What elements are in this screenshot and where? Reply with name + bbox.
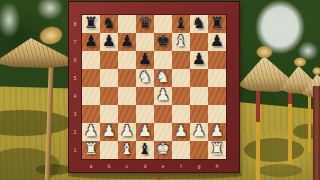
board-grid: ♜♞♛♝♞♜♟♟♟♚♝♟♟♟♞♞♟♟♟♟♟♟♟♟♜♝♝♚♜ — [82, 15, 226, 159]
board-support-stick — [158, 171, 161, 180]
square-f2[interactable]: ♟ — [172, 123, 190, 141]
file-label-f: f — [174, 162, 188, 170]
straw-umbrella-tuft — [311, 66, 320, 76]
piece-black-queen-d8: ♛ — [138, 16, 152, 32]
piece-white-king-e1: ♚ — [156, 142, 170, 158]
square-g1[interactable] — [190, 141, 208, 159]
square-f1[interactable] — [172, 141, 190, 159]
square-f8[interactable]: ♝ — [172, 15, 190, 33]
rank-label-7: 7 — [71, 35, 79, 49]
piece-white-pawn-g2: ♟ — [192, 124, 206, 140]
square-h5[interactable] — [208, 69, 226, 87]
square-c8[interactable] — [118, 15, 136, 33]
piece-black-pawn-b7: ♟ — [102, 34, 116, 50]
square-b1[interactable] — [100, 141, 118, 159]
straw-umbrella-tuft — [292, 56, 308, 68]
scene: ♜♞♛♝♞♜♟♟♟♚♝♟♟♟♞♞♟♟♟♟♟♟♟♟♜♝♝♚♜ abcdefgh 8… — [0, 0, 320, 180]
chess-board: ♜♞♛♝♞♜♟♟♟♚♝♟♟♟♞♞♟♟♟♟♟♟♟♟♜♝♝♚♜ abcdefgh 8… — [69, 2, 239, 172]
square-d6[interactable]: ♟ — [136, 51, 154, 69]
file-label-g: g — [192, 162, 206, 170]
piece-white-pawn-b2: ♟ — [102, 124, 116, 140]
square-b6[interactable] — [100, 51, 118, 69]
piece-black-knight-g8: ♞ — [192, 16, 206, 32]
piece-black-rook-h8: ♜ — [210, 16, 224, 32]
piece-white-bishop-c1: ♝ — [120, 142, 134, 158]
square-h6[interactable] — [208, 51, 226, 69]
square-a2[interactable]: ♟ — [82, 123, 100, 141]
square-d7[interactable] — [136, 33, 154, 51]
square-h2[interactable]: ♟ — [208, 123, 226, 141]
umbrella-pole-yellow-red — [288, 92, 292, 164]
square-d2[interactable]: ♟ — [136, 123, 154, 141]
square-e2[interactable] — [154, 123, 172, 141]
umbrella-shadow — [244, 138, 304, 162]
square-d8[interactable]: ♛ — [136, 15, 154, 33]
straw-umbrella-tuft — [254, 44, 275, 60]
square-e8[interactable] — [154, 15, 172, 33]
square-a4[interactable] — [82, 87, 100, 105]
piece-white-pawn-e4: ♟ — [156, 88, 170, 104]
rank-label-8: 8 — [71, 17, 79, 31]
square-c4[interactable] — [118, 87, 136, 105]
umbrella-pole-yellow-red — [256, 90, 260, 180]
rank-label-1: 1 — [71, 143, 79, 157]
square-e4[interactable]: ♟ — [154, 87, 172, 105]
piece-black-pawn-a7: ♟ — [84, 34, 98, 50]
square-h1[interactable]: ♜ — [208, 141, 226, 159]
umbrella-shadow — [258, 164, 302, 177]
piece-white-rook-a1: ♜ — [84, 142, 98, 158]
rank-coordinates: 87654321 — [70, 15, 80, 159]
square-g7[interactable] — [190, 33, 208, 51]
piece-white-knight-e5: ♞ — [156, 70, 170, 86]
piece-black-rook-a8: ♜ — [84, 16, 98, 32]
piece-white-knight-d5: ♞ — [138, 70, 152, 86]
square-f5[interactable] — [172, 69, 190, 87]
square-h3[interactable] — [208, 105, 226, 123]
piece-white-bishop-f7: ♝ — [174, 34, 188, 50]
rank-label-2: 2 — [71, 125, 79, 139]
piece-white-pawn-f2: ♟ — [174, 124, 188, 140]
square-b3[interactable] — [100, 105, 118, 123]
square-h4[interactable] — [208, 87, 226, 105]
piece-black-pawn-h7: ♟ — [210, 34, 224, 50]
pole-shadow — [36, 164, 70, 175]
square-c5[interactable] — [118, 69, 136, 87]
square-a6[interactable] — [82, 51, 100, 69]
file-coordinates: abcdefgh — [82, 161, 226, 171]
square-f6[interactable] — [172, 51, 190, 69]
square-g8[interactable]: ♞ — [190, 15, 208, 33]
square-h8[interactable]: ♜ — [208, 15, 226, 33]
umbrella-pole-yellow — [308, 96, 311, 152]
square-a8[interactable]: ♜ — [82, 15, 100, 33]
rank-label-4: 4 — [71, 89, 79, 103]
piece-white-pawn-c2: ♟ — [120, 124, 134, 140]
rank-label-6: 6 — [71, 53, 79, 67]
piece-white-rook-h1: ♜ — [210, 142, 224, 158]
piece-black-pawn-g6: ♟ — [192, 52, 206, 68]
file-label-e: e — [156, 162, 170, 170]
piece-black-knight-b8: ♞ — [102, 16, 116, 32]
piece-white-pawn-a2: ♟ — [84, 124, 98, 140]
rank-label-3: 3 — [71, 107, 79, 121]
piece-black-bishop-d1: ♝ — [138, 142, 152, 158]
dark-red-pole — [313, 86, 320, 180]
square-e7[interactable]: ♚ — [154, 33, 172, 51]
square-c1[interactable]: ♝ — [118, 141, 136, 159]
square-c3[interactable] — [118, 105, 136, 123]
square-b4[interactable] — [100, 87, 118, 105]
square-a5[interactable] — [82, 69, 100, 87]
square-d1[interactable]: ♝ — [136, 141, 154, 159]
square-g4[interactable] — [190, 87, 208, 105]
square-c7[interactable]: ♟ — [118, 33, 136, 51]
square-g2[interactable]: ♟ — [190, 123, 208, 141]
square-c6[interactable] — [118, 51, 136, 69]
piece-black-king-e7: ♚ — [156, 34, 170, 50]
square-e3[interactable] — [154, 105, 172, 123]
file-label-h: h — [210, 162, 224, 170]
piece-white-pawn-h2: ♟ — [210, 124, 224, 140]
square-g6[interactable]: ♟ — [190, 51, 208, 69]
piece-black-pawn-c7: ♟ — [120, 34, 134, 50]
square-f7[interactable]: ♝ — [172, 33, 190, 51]
square-g5[interactable] — [190, 69, 208, 87]
square-b5[interactable] — [100, 69, 118, 87]
piece-black-pawn-d6: ♟ — [138, 52, 152, 68]
square-d3[interactable] — [136, 105, 154, 123]
file-label-b: b — [102, 162, 116, 170]
file-label-a: a — [84, 162, 98, 170]
square-g3[interactable] — [190, 105, 208, 123]
square-f4[interactable] — [172, 87, 190, 105]
square-b8[interactable]: ♞ — [100, 15, 118, 33]
square-f3[interactable] — [172, 105, 190, 123]
square-a7[interactable]: ♟ — [82, 33, 100, 51]
square-d5[interactable]: ♞ — [136, 69, 154, 87]
square-a1[interactable]: ♜ — [82, 141, 100, 159]
piece-white-pawn-d2: ♟ — [138, 124, 152, 140]
piece-black-bishop-f8: ♝ — [174, 16, 188, 32]
file-label-c: c — [120, 162, 134, 170]
square-e6[interactable] — [154, 51, 172, 69]
square-a3[interactable] — [82, 105, 100, 123]
square-e5[interactable]: ♞ — [154, 69, 172, 87]
square-h7[interactable]: ♟ — [208, 33, 226, 51]
square-c2[interactable]: ♟ — [118, 123, 136, 141]
file-label-d: d — [138, 162, 152, 170]
square-b7[interactable]: ♟ — [100, 33, 118, 51]
square-d4[interactable] — [136, 87, 154, 105]
square-b2[interactable]: ♟ — [100, 123, 118, 141]
rank-label-5: 5 — [71, 71, 79, 85]
square-e1[interactable]: ♚ — [154, 141, 172, 159]
